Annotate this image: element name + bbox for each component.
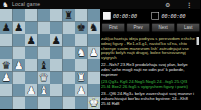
square-g7[interactable]: ♚ bbox=[75, 22, 88, 35]
square-c3[interactable] bbox=[25, 72, 38, 85]
square-e5[interactable] bbox=[50, 47, 63, 60]
square-d8[interactable] bbox=[38, 9, 51, 22]
white-bishop: ♝ bbox=[38, 84, 51, 97]
page-title: Local game bbox=[12, 2, 40, 8]
square-h2[interactable] bbox=[88, 84, 101, 97]
square-e8[interactable] bbox=[50, 9, 63, 22]
black-queen: ♛ bbox=[0, 59, 13, 72]
square-e4[interactable] bbox=[50, 59, 63, 72]
square-a8[interactable] bbox=[0, 9, 13, 22]
white-pawn: ♟ bbox=[13, 59, 26, 72]
square-b6[interactable] bbox=[13, 34, 26, 47]
square-f8[interactable]: ♜ bbox=[63, 9, 76, 22]
black-pawn: ♟ bbox=[13, 22, 26, 35]
white-knight: ♞ bbox=[75, 47, 88, 60]
square-b8[interactable] bbox=[13, 9, 26, 22]
square-h1[interactable]: ♚ bbox=[88, 97, 101, 110]
square-b5[interactable] bbox=[13, 47, 26, 60]
square-f3[interactable] bbox=[63, 72, 76, 85]
annotation-text: zakljuchaetsja ideja podryva s perevodom… bbox=[101, 36, 199, 60]
square-e1[interactable] bbox=[50, 97, 63, 110]
white-pawn: ♟ bbox=[75, 84, 88, 97]
square-d7[interactable] bbox=[38, 22, 51, 35]
square-h5[interactable]: ♟ bbox=[88, 47, 101, 60]
square-e3[interactable] bbox=[50, 72, 63, 85]
square-a1[interactable] bbox=[0, 97, 13, 110]
square-c5[interactable] bbox=[25, 47, 38, 60]
square-c4[interactable] bbox=[25, 59, 38, 72]
square-b1[interactable] bbox=[13, 97, 26, 110]
move-nav-bar: First Prev Next Last bbox=[100, 23, 200, 33]
chess-board: ♜♟♟♚♞♟♟♞♟♛♟♝♟♛♜♟♝♟♚ bbox=[0, 9, 100, 109]
white-rook: ♜ bbox=[75, 72, 88, 85]
square-c2[interactable]: ♟ bbox=[25, 84, 38, 97]
square-f7[interactable] bbox=[63, 22, 76, 35]
square-d2[interactable]: ♝ bbox=[38, 84, 51, 97]
square-h8[interactable] bbox=[88, 9, 101, 22]
last-button[interactable]: Last bbox=[177, 23, 201, 32]
square-d3[interactable]: ♛ bbox=[38, 72, 51, 85]
black-bishop: ♝ bbox=[38, 59, 51, 72]
square-h3[interactable] bbox=[88, 72, 101, 85]
square-g5[interactable]: ♞ bbox=[75, 47, 88, 60]
mainline-moves: 26.Nf3 Qh5? 27.Ng4 hxg4 28.Nxg5 Qxd4+ 29… bbox=[101, 107, 181, 108]
black-player-icon bbox=[152, 12, 160, 20]
gear-icon[interactable]: ⚙ bbox=[165, 1, 170, 8]
square-a5[interactable] bbox=[0, 47, 13, 60]
square-f5[interactable] bbox=[63, 47, 76, 60]
prev-button[interactable]: Prev bbox=[127, 23, 151, 32]
black-knight: ♞ bbox=[88, 22, 101, 35]
square-d1[interactable] bbox=[38, 97, 51, 110]
black-pawn: ♟ bbox=[25, 34, 38, 47]
square-b7[interactable]: ♟ bbox=[13, 22, 26, 35]
square-g3[interactable]: ♜ bbox=[75, 72, 88, 85]
mainline-text: 23...Qf6 24.Rg3+ belye zavershajut svoj … bbox=[101, 91, 199, 106]
white-queen: ♛ bbox=[38, 72, 51, 85]
square-h7[interactable]: ♞ bbox=[88, 22, 101, 35]
square-f6[interactable] bbox=[63, 34, 76, 47]
square-d5[interactable] bbox=[38, 47, 51, 60]
square-a7[interactable]: ♟ bbox=[0, 22, 13, 35]
black-king: ♚ bbox=[75, 22, 88, 35]
square-f4[interactable] bbox=[63, 59, 76, 72]
square-c6[interactable]: ♟ bbox=[25, 34, 38, 47]
white-pawn: ♟ bbox=[0, 72, 13, 85]
white-pawn: ♟ bbox=[25, 84, 38, 97]
square-f1[interactable] bbox=[63, 97, 76, 110]
white-clock: 00:00:00 bbox=[113, 13, 137, 19]
black-pawn: ♟ bbox=[0, 22, 13, 35]
move-text-panel[interactable]: zakljuchaetsja ideja podryva s perevodom… bbox=[101, 36, 199, 108]
scrollbar[interactable] bbox=[197, 37, 200, 107]
title-bar: ♞ Local game ⚙ ⋮ bbox=[0, 0, 200, 9]
square-e6[interactable]: ♟ bbox=[50, 34, 63, 47]
square-a4[interactable]: ♛ bbox=[0, 59, 13, 72]
square-f2[interactable] bbox=[63, 84, 76, 97]
square-e2[interactable] bbox=[50, 84, 63, 97]
square-b4[interactable]: ♟ bbox=[13, 59, 26, 72]
mainline-text: 22...Nxh7 23.Re3 prodolzhaja svoj plan, … bbox=[101, 62, 199, 77]
app-window: ♞ Local game ⚙ ⋮ ♜♟♟♚♞♟♟♞♟♛♟♝♟♛♜♟♝♟♚ 00:… bbox=[0, 0, 200, 109]
square-g4[interactable] bbox=[75, 59, 88, 72]
square-a3[interactable]: ♟ bbox=[0, 72, 13, 85]
square-e7[interactable] bbox=[50, 22, 63, 35]
square-d6[interactable] bbox=[38, 34, 51, 47]
black-clock: 00:00:00 bbox=[162, 13, 186, 19]
overflow-menu-icon[interactable]: ⋮ bbox=[186, 1, 192, 8]
white-pawn: ♟ bbox=[88, 47, 101, 60]
square-g8[interactable] bbox=[75, 9, 88, 22]
square-h6[interactable] bbox=[88, 34, 101, 47]
variation-text: (23.Qg3+ Kg6 24.Nxg5 Nxg5 24...fxg5 25.Q… bbox=[101, 79, 199, 89]
square-b3[interactable] bbox=[13, 72, 26, 85]
black-pawn: ♟ bbox=[50, 34, 63, 47]
square-d4[interactable]: ♝ bbox=[38, 59, 51, 72]
next-button[interactable]: Next bbox=[152, 23, 176, 32]
white-king: ♚ bbox=[88, 97, 101, 110]
scrollbar-thumb[interactable] bbox=[197, 37, 200, 45]
first-button[interactable]: First bbox=[102, 23, 126, 32]
clock-row: 00:00:00 00:00:00 bbox=[100, 9, 200, 22]
square-h4[interactable] bbox=[88, 59, 101, 72]
black-rook: ♜ bbox=[63, 9, 76, 22]
square-g6[interactable] bbox=[75, 34, 88, 47]
app-icon: ♞ bbox=[2, 1, 8, 9]
square-g2[interactable]: ♟ bbox=[75, 84, 88, 97]
square-c8[interactable] bbox=[25, 9, 38, 22]
square-b2[interactable] bbox=[13, 84, 26, 97]
square-a2[interactable] bbox=[0, 84, 13, 97]
square-c1[interactable] bbox=[25, 97, 38, 110]
square-c7[interactable] bbox=[25, 22, 38, 35]
square-a6[interactable] bbox=[0, 34, 13, 47]
square-g1[interactable] bbox=[75, 97, 88, 110]
white-player-icon bbox=[103, 12, 111, 20]
